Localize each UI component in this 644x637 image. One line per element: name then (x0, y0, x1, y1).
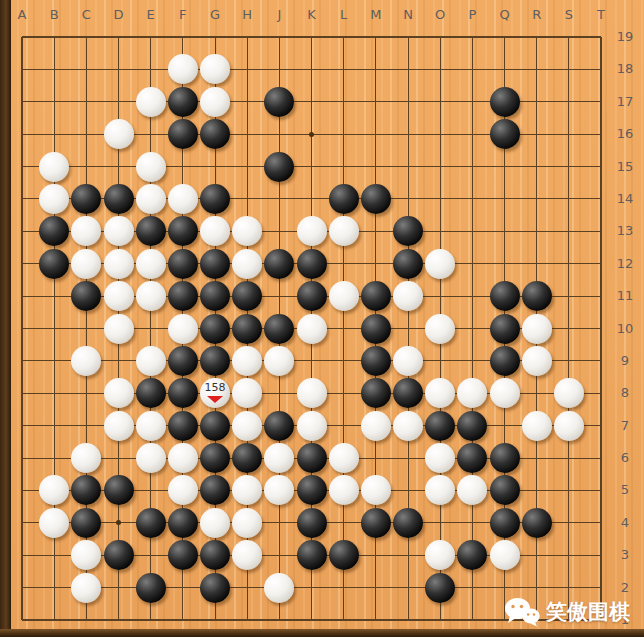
watermark-text: 笑傲围棋 (546, 598, 630, 626)
stone-white-R10 (522, 314, 552, 344)
stone-black-J15 (264, 152, 294, 182)
stone-white-R7 (522, 411, 552, 441)
column-label-H: H (237, 8, 257, 22)
row-label-16: 16 (612, 127, 638, 141)
stone-black-Q9 (490, 346, 520, 376)
stone-black-K5 (297, 475, 327, 505)
stone-white-S7 (554, 411, 584, 441)
stone-white-L11 (329, 281, 359, 311)
stone-black-E4 (136, 508, 166, 538)
stone-black-R4 (522, 508, 552, 538)
stone-black-F11 (168, 281, 198, 311)
row-label-5: 5 (612, 483, 638, 497)
stone-black-G12 (200, 249, 230, 279)
grid-line-horizontal (22, 587, 601, 588)
stone-black-Q10 (490, 314, 520, 344)
stone-black-G14 (200, 184, 230, 214)
stone-white-J6 (264, 443, 294, 473)
row-label-12: 12 (612, 257, 638, 271)
column-label-E: E (141, 8, 161, 22)
stone-white-O3 (425, 540, 455, 570)
stone-white-M7 (361, 411, 391, 441)
column-label-S: S (559, 8, 579, 22)
row-label-7: 7 (612, 419, 638, 433)
stone-white-F6 (168, 443, 198, 473)
row-label-2: 2 (612, 581, 638, 595)
stone-white-O6 (425, 443, 455, 473)
stone-white-B5 (39, 475, 69, 505)
column-label-T: T (591, 8, 611, 22)
star-point-D4 (116, 520, 121, 525)
stone-white-F18 (168, 54, 198, 84)
stone-black-P3 (457, 540, 487, 570)
stone-white-O8 (425, 378, 455, 408)
stone-white-C9 (71, 346, 101, 376)
stone-white-H13 (232, 216, 262, 246)
stone-black-Q5 (490, 475, 520, 505)
stone-white-K7 (297, 411, 327, 441)
stone-black-K12 (297, 249, 327, 279)
move-number-label: 158 (200, 382, 230, 394)
stone-black-G16 (200, 119, 230, 149)
stone-white-C3 (71, 540, 101, 570)
stone-white-R9 (522, 346, 552, 376)
stone-white-G4 (200, 508, 230, 538)
row-label-13: 13 (612, 224, 638, 238)
stone-black-O7 (425, 411, 455, 441)
stone-white-O5 (425, 475, 455, 505)
stone-white-H3 (232, 540, 262, 570)
column-label-C: C (76, 8, 96, 22)
stone-black-G11 (200, 281, 230, 311)
stone-black-D14 (104, 184, 134, 214)
stone-black-F7 (168, 411, 198, 441)
stone-black-H10 (232, 314, 262, 344)
stone-white-O10 (425, 314, 455, 344)
star-point-K16 (309, 132, 314, 137)
stone-black-B12 (39, 249, 69, 279)
stone-white-D12 (104, 249, 134, 279)
stone-white-P5 (457, 475, 487, 505)
grid-line-vertical (472, 37, 473, 620)
row-label-4: 4 (612, 516, 638, 530)
row-label-17: 17 (612, 95, 638, 109)
stone-black-G2 (200, 573, 230, 603)
stone-black-M4 (361, 508, 391, 538)
stone-white-E11 (136, 281, 166, 311)
row-label-6: 6 (612, 451, 638, 465)
stone-white-F5 (168, 475, 198, 505)
row-label-19: 19 (612, 30, 638, 44)
stone-white-D8 (104, 378, 134, 408)
stone-white-L6 (329, 443, 359, 473)
stone-black-F9 (168, 346, 198, 376)
stone-white-B15 (39, 152, 69, 182)
grid-line-vertical (343, 37, 344, 620)
stone-black-K11 (297, 281, 327, 311)
stone-white-F14 (168, 184, 198, 214)
stone-black-Q16 (490, 119, 520, 149)
column-label-O: O (430, 8, 450, 22)
stone-black-F4 (168, 508, 198, 538)
stone-black-L14 (329, 184, 359, 214)
stone-white-E15 (136, 152, 166, 182)
stone-black-F12 (168, 249, 198, 279)
stone-white-H5 (232, 475, 262, 505)
row-label-9: 9 (612, 354, 638, 368)
stone-black-Q4 (490, 508, 520, 538)
board-left-edge (0, 0, 11, 637)
stone-black-N8 (393, 378, 423, 408)
row-label-8: 8 (612, 386, 638, 400)
stone-black-E8 (136, 378, 166, 408)
stone-white-N11 (393, 281, 423, 311)
stone-white-H4 (232, 508, 262, 538)
stone-white-B4 (39, 508, 69, 538)
grid-line-vertical (600, 37, 602, 620)
row-label-3: 3 (612, 548, 638, 562)
stone-white-G8: 158 (200, 378, 230, 408)
stone-black-P7 (457, 411, 487, 441)
stone-black-N12 (393, 249, 423, 279)
stone-black-C4 (71, 508, 101, 538)
stone-black-R11 (522, 281, 552, 311)
stone-black-F3 (168, 540, 198, 570)
stone-black-B13 (39, 216, 69, 246)
stone-white-H8 (232, 378, 262, 408)
column-label-A: A (12, 8, 32, 22)
column-label-F: F (173, 8, 193, 22)
stone-black-M11 (361, 281, 391, 311)
stone-white-K8 (297, 378, 327, 408)
row-label-15: 15 (612, 160, 638, 174)
stone-white-J9 (264, 346, 294, 376)
stone-black-G9 (200, 346, 230, 376)
stone-white-H7 (232, 411, 262, 441)
stone-black-J17 (264, 87, 294, 117)
stone-black-J12 (264, 249, 294, 279)
stone-white-N9 (393, 346, 423, 376)
column-label-G: G (205, 8, 225, 22)
stone-black-Q17 (490, 87, 520, 117)
row-label-10: 10 (612, 322, 638, 336)
stone-white-L13 (329, 216, 359, 246)
column-label-Q: Q (495, 8, 515, 22)
stone-white-D10 (104, 314, 134, 344)
column-label-R: R (527, 8, 547, 22)
stone-black-G7 (200, 411, 230, 441)
stone-black-F13 (168, 216, 198, 246)
stone-white-K13 (297, 216, 327, 246)
stone-black-J10 (264, 314, 294, 344)
stone-black-G10 (200, 314, 230, 344)
stone-black-K4 (297, 508, 327, 538)
stone-black-H6 (232, 443, 262, 473)
stone-white-P8 (457, 378, 487, 408)
stone-white-S8 (554, 378, 584, 408)
stone-white-C13 (71, 216, 101, 246)
column-label-N: N (398, 8, 418, 22)
stone-white-D16 (104, 119, 134, 149)
stone-black-M14 (361, 184, 391, 214)
watermark: 笑傲围棋 (504, 597, 630, 627)
stone-white-D13 (104, 216, 134, 246)
stone-black-F17 (168, 87, 198, 117)
stone-black-Q11 (490, 281, 520, 311)
stone-white-J2 (264, 573, 294, 603)
grid-line-vertical (568, 37, 569, 620)
stone-white-C2 (71, 573, 101, 603)
wechat-icon (504, 597, 540, 627)
stone-white-E6 (136, 443, 166, 473)
column-label-J: J (269, 8, 289, 22)
stone-black-K6 (297, 443, 327, 473)
board-bottom-edge (0, 629, 644, 637)
stone-black-M9 (361, 346, 391, 376)
stone-white-H9 (232, 346, 262, 376)
stone-black-G5 (200, 475, 230, 505)
row-label-14: 14 (612, 192, 638, 206)
stone-white-G13 (200, 216, 230, 246)
column-label-B: B (44, 8, 64, 22)
column-label-P: P (462, 8, 482, 22)
stone-black-Q6 (490, 443, 520, 473)
stone-black-M10 (361, 314, 391, 344)
stone-white-C12 (71, 249, 101, 279)
stone-white-E17 (136, 87, 166, 117)
go-board-app: ABCDEFGHJKLMNOPQRST 19181716151413121110… (0, 0, 644, 637)
stone-white-M5 (361, 475, 391, 505)
stone-white-J5 (264, 475, 294, 505)
stone-black-C14 (71, 184, 101, 214)
stone-white-E12 (136, 249, 166, 279)
stone-black-N4 (393, 508, 423, 538)
stone-white-Q3 (490, 540, 520, 570)
stone-white-N7 (393, 411, 423, 441)
row-label-11: 11 (612, 289, 638, 303)
stone-white-E9 (136, 346, 166, 376)
stone-white-E7 (136, 411, 166, 441)
stone-white-K10 (297, 314, 327, 344)
stone-black-E2 (136, 573, 166, 603)
last-move-marker-icon (207, 396, 223, 403)
stone-black-F16 (168, 119, 198, 149)
stone-black-L3 (329, 540, 359, 570)
stone-black-D5 (104, 475, 134, 505)
stone-black-F8 (168, 378, 198, 408)
stone-white-Q8 (490, 378, 520, 408)
stone-white-D7 (104, 411, 134, 441)
stone-black-G3 (200, 540, 230, 570)
stone-black-M8 (361, 378, 391, 408)
stone-white-G17 (200, 87, 230, 117)
stone-black-C5 (71, 475, 101, 505)
stone-white-G18 (200, 54, 230, 84)
stone-black-D3 (104, 540, 134, 570)
stone-black-N13 (393, 216, 423, 246)
stone-white-D11 (104, 281, 134, 311)
stone-white-E14 (136, 184, 166, 214)
stone-black-G6 (200, 443, 230, 473)
column-label-K: K (302, 8, 322, 22)
stone-white-F10 (168, 314, 198, 344)
stone-black-E13 (136, 216, 166, 246)
stone-white-C6 (71, 443, 101, 473)
column-label-L: L (334, 8, 354, 22)
stone-white-L5 (329, 475, 359, 505)
stone-white-H12 (232, 249, 262, 279)
stone-black-P6 (457, 443, 487, 473)
stone-black-K3 (297, 540, 327, 570)
stone-white-O12 (425, 249, 455, 279)
column-label-D: D (109, 8, 129, 22)
row-label-18: 18 (612, 62, 638, 76)
stone-black-C11 (71, 281, 101, 311)
stone-black-O2 (425, 573, 455, 603)
stone-black-J7 (264, 411, 294, 441)
stone-white-B14 (39, 184, 69, 214)
stone-black-H11 (232, 281, 262, 311)
column-label-M: M (366, 8, 386, 22)
